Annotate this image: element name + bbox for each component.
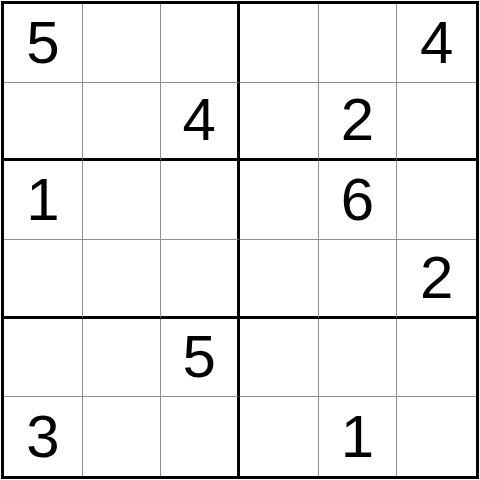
cell-r4c2[interactable] <box>83 240 162 319</box>
cell-r3c5[interactable]: 6 <box>319 161 398 240</box>
cell-r6c1[interactable]: 3 <box>4 397 83 476</box>
cell-r2c3[interactable]: 4 <box>161 83 240 162</box>
cell-r4c5[interactable] <box>319 240 398 319</box>
cell-r2c2[interactable] <box>83 83 162 162</box>
cell-r6c4[interactable] <box>240 397 319 476</box>
cell-r2c5[interactable]: 2 <box>319 83 398 162</box>
cell-r2c4[interactable] <box>240 83 319 162</box>
cell-r5c4[interactable] <box>240 319 319 398</box>
cell-r5c3[interactable]: 5 <box>161 319 240 398</box>
cell-r2c1[interactable] <box>4 83 83 162</box>
cell-r1c4[interactable] <box>240 4 319 83</box>
cell-r1c2[interactable] <box>83 4 162 83</box>
cell-r1c5[interactable] <box>319 4 398 83</box>
cell-r1c6[interactable]: 4 <box>397 4 476 83</box>
cell-r6c5[interactable]: 1 <box>319 397 398 476</box>
cell-r5c2[interactable] <box>83 319 162 398</box>
cell-r2c6[interactable] <box>397 83 476 162</box>
cell-r4c3[interactable] <box>161 240 240 319</box>
cell-r6c6[interactable] <box>397 397 476 476</box>
cell-r3c4[interactable] <box>240 161 319 240</box>
cell-r5c6[interactable] <box>397 319 476 398</box>
cell-r1c3[interactable] <box>161 4 240 83</box>
cell-r3c6[interactable] <box>397 161 476 240</box>
sudoku-board: 5442162531 <box>1 1 479 479</box>
cell-r5c5[interactable] <box>319 319 398 398</box>
cell-r4c6[interactable]: 2 <box>397 240 476 319</box>
cell-r1c1[interactable]: 5 <box>4 4 83 83</box>
cell-r5c1[interactable] <box>4 319 83 398</box>
cell-r6c2[interactable] <box>83 397 162 476</box>
cell-r6c3[interactable] <box>161 397 240 476</box>
cell-r3c2[interactable] <box>83 161 162 240</box>
cell-r3c3[interactable] <box>161 161 240 240</box>
cell-r4c4[interactable] <box>240 240 319 319</box>
cell-r4c1[interactable] <box>4 240 83 319</box>
cell-r3c1[interactable]: 1 <box>4 161 83 240</box>
